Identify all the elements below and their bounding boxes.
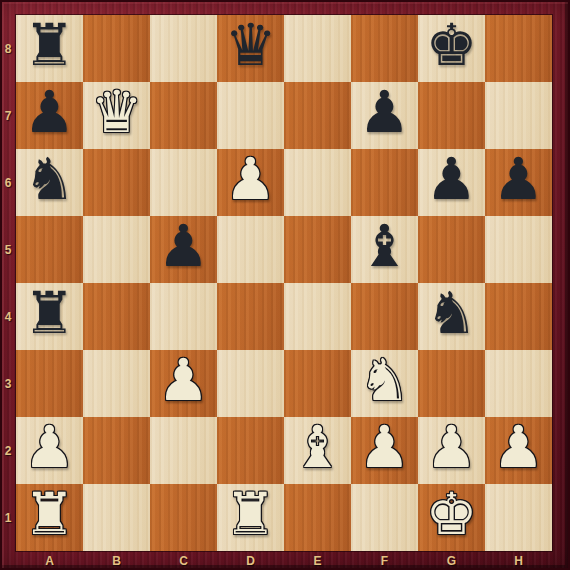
square-b2[interactable] <box>83 417 150 484</box>
piece-white-pawn[interactable]: ♟ <box>158 347 210 414</box>
square-d2[interactable] <box>217 417 284 484</box>
square-h2[interactable]: ♟ <box>485 417 552 484</box>
square-e3[interactable] <box>284 350 351 417</box>
file-label-c: C <box>150 551 217 570</box>
piece-black-pawn[interactable]: ♟ <box>158 213 210 280</box>
rank-label-2: 2 <box>0 417 16 484</box>
square-b4[interactable] <box>83 283 150 350</box>
square-d5[interactable] <box>217 216 284 283</box>
square-d8[interactable]: ♛ <box>217 15 284 82</box>
square-e1[interactable] <box>284 484 351 551</box>
piece-white-queen[interactable]: ♛ <box>91 79 143 146</box>
square-h3[interactable] <box>485 350 552 417</box>
piece-white-pawn[interactable]: ♟ <box>359 414 411 481</box>
piece-white-king[interactable]: ♚ <box>426 481 478 548</box>
square-d7[interactable] <box>217 82 284 149</box>
square-h4[interactable] <box>485 283 552 350</box>
square-d3[interactable] <box>217 350 284 417</box>
square-c4[interactable] <box>150 283 217 350</box>
square-b1[interactable] <box>83 484 150 551</box>
square-c7[interactable] <box>150 82 217 149</box>
rank-label-4: 4 <box>0 283 16 350</box>
square-f4[interactable] <box>351 283 418 350</box>
square-b3[interactable] <box>83 350 150 417</box>
piece-black-rook[interactable]: ♜ <box>24 280 76 347</box>
square-a2[interactable]: ♟ <box>16 417 83 484</box>
rank-label-7: 7 <box>0 82 16 149</box>
square-h5[interactable] <box>485 216 552 283</box>
square-d1[interactable]: ♜ <box>217 484 284 551</box>
file-label-d: D <box>217 551 284 570</box>
square-h6[interactable]: ♟ <box>485 149 552 216</box>
piece-black-king[interactable]: ♚ <box>426 12 478 79</box>
square-f7[interactable]: ♟ <box>351 82 418 149</box>
piece-black-knight[interactable]: ♞ <box>24 146 76 213</box>
square-g4[interactable]: ♞ <box>418 283 485 350</box>
piece-white-pawn[interactable]: ♟ <box>493 414 545 481</box>
square-e7[interactable] <box>284 82 351 149</box>
square-c2[interactable] <box>150 417 217 484</box>
piece-black-pawn[interactable]: ♟ <box>493 146 545 213</box>
piece-white-rook[interactable]: ♜ <box>24 481 76 548</box>
square-h7[interactable] <box>485 82 552 149</box>
square-g2[interactable]: ♟ <box>418 417 485 484</box>
piece-white-knight[interactable]: ♞ <box>359 347 411 414</box>
file-label-f: F <box>351 551 418 570</box>
piece-black-pawn[interactable]: ♟ <box>24 79 76 146</box>
square-f8[interactable] <box>351 15 418 82</box>
piece-white-pawn[interactable]: ♟ <box>426 414 478 481</box>
square-a1[interactable]: ♜ <box>16 484 83 551</box>
rank-label-5: 5 <box>0 216 16 283</box>
piece-white-pawn[interactable]: ♟ <box>225 146 277 213</box>
square-f3[interactable]: ♞ <box>351 350 418 417</box>
piece-black-pawn[interactable]: ♟ <box>359 79 411 146</box>
rank-label-3: 3 <box>0 350 16 417</box>
square-b6[interactable] <box>83 149 150 216</box>
square-a8[interactable]: ♜ <box>16 15 83 82</box>
square-a6[interactable]: ♞ <box>16 149 83 216</box>
piece-black-queen[interactable]: ♛ <box>225 12 277 79</box>
file-label-b: B <box>83 551 150 570</box>
square-h1[interactable] <box>485 484 552 551</box>
piece-white-pawn[interactable]: ♟ <box>24 414 76 481</box>
square-g8[interactable]: ♚ <box>418 15 485 82</box>
square-c3[interactable]: ♟ <box>150 350 217 417</box>
rank-label-6: 6 <box>0 149 16 216</box>
square-f2[interactable]: ♟ <box>351 417 418 484</box>
chess-board-frame: 87654321 ♜♛♚♟♛♟♞♟♟♟♟♝♜♞♟♞♟♝♟♟♟♜♜♚ ABCDEF… <box>0 0 570 570</box>
file-labels: ABCDEFGH <box>16 551 552 570</box>
square-b8[interactable] <box>83 15 150 82</box>
square-c5[interactable]: ♟ <box>150 216 217 283</box>
square-g7[interactable] <box>418 82 485 149</box>
square-a4[interactable]: ♜ <box>16 283 83 350</box>
square-a3[interactable] <box>16 350 83 417</box>
square-b5[interactable] <box>83 216 150 283</box>
square-e8[interactable] <box>284 15 351 82</box>
square-a5[interactable] <box>16 216 83 283</box>
square-f6[interactable] <box>351 149 418 216</box>
square-g3[interactable] <box>418 350 485 417</box>
square-e6[interactable] <box>284 149 351 216</box>
square-a7[interactable]: ♟ <box>16 82 83 149</box>
square-d4[interactable] <box>217 283 284 350</box>
piece-black-rook[interactable]: ♜ <box>24 12 76 79</box>
file-label-h: H <box>485 551 552 570</box>
square-b7[interactable]: ♛ <box>83 82 150 149</box>
rank-labels: 87654321 <box>0 15 16 551</box>
square-g1[interactable]: ♚ <box>418 484 485 551</box>
square-e5[interactable] <box>284 216 351 283</box>
square-e4[interactable] <box>284 283 351 350</box>
rank-label-1: 1 <box>0 484 16 551</box>
piece-black-pawn[interactable]: ♟ <box>426 146 478 213</box>
rank-label-8: 8 <box>0 15 16 82</box>
square-f5[interactable]: ♝ <box>351 216 418 283</box>
piece-black-knight[interactable]: ♞ <box>426 280 478 347</box>
file-label-g: G <box>418 551 485 570</box>
piece-white-bishop[interactable]: ♝ <box>292 414 344 481</box>
piece-black-bishop[interactable]: ♝ <box>359 213 411 280</box>
file-label-e: E <box>284 551 351 570</box>
square-d6[interactable]: ♟ <box>217 149 284 216</box>
square-h8[interactable] <box>485 15 552 82</box>
square-c1[interactable] <box>150 484 217 551</box>
square-f1[interactable] <box>351 484 418 551</box>
square-g5[interactable] <box>418 216 485 283</box>
board: ♜♛♚♟♛♟♞♟♟♟♟♝♜♞♟♞♟♝♟♟♟♜♜♚ <box>16 15 552 551</box>
square-c6[interactable] <box>150 149 217 216</box>
square-c8[interactable] <box>150 15 217 82</box>
square-e2[interactable]: ♝ <box>284 417 351 484</box>
file-label-a: A <box>16 551 83 570</box>
square-g6[interactable]: ♟ <box>418 149 485 216</box>
piece-white-rook[interactable]: ♜ <box>225 481 277 548</box>
